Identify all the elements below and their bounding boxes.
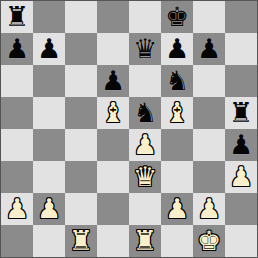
black-pawn-h4[interactable]: ♟ [229,129,253,161]
black-knight-e5[interactable]: ♞ [133,97,157,129]
black-pawn-f7[interactable]: ♟ [165,33,189,65]
square-b5[interactable] [33,97,65,129]
square-g1[interactable]: ♚ [193,225,225,257]
black-knight-f6[interactable]: ♞ [165,65,189,97]
square-b7[interactable]: ♟ [33,33,65,65]
square-f1[interactable] [161,225,193,257]
square-h4[interactable]: ♟ [225,129,257,161]
square-a4[interactable] [1,129,33,161]
black-pawn-a7[interactable]: ♟ [5,33,29,65]
square-a5[interactable] [1,97,33,129]
square-e4[interactable]: ♟ [129,129,161,161]
square-e6[interactable] [129,65,161,97]
square-e3[interactable]: ♛ [129,161,161,193]
square-d1[interactable] [97,225,129,257]
square-d6[interactable]: ♟ [97,65,129,97]
square-h5[interactable]: ♜ [225,97,257,129]
white-pawn-g2[interactable]: ♟ [197,193,221,225]
black-pawn-g7[interactable]: ♟ [197,33,221,65]
square-h7[interactable] [225,33,257,65]
square-c2[interactable] [65,193,97,225]
square-d4[interactable] [97,129,129,161]
square-g8[interactable] [193,1,225,33]
black-pawn-b7[interactable]: ♟ [37,33,61,65]
white-bishop-f5[interactable]: ♝ [165,97,189,129]
white-pawn-h3[interactable]: ♟ [229,161,253,193]
black-rook-h5[interactable]: ♜ [229,97,253,129]
square-f7[interactable]: ♟ [161,33,193,65]
square-f3[interactable] [161,161,193,193]
square-b2[interactable]: ♟ [33,193,65,225]
white-pawn-f2[interactable]: ♟ [165,193,189,225]
square-c4[interactable] [65,129,97,161]
square-b8[interactable] [33,1,65,33]
square-g5[interactable] [193,97,225,129]
square-h6[interactable] [225,65,257,97]
chess-board: ♜♚♟♟♛♟♟♟♞♝♞♝♜♟♟♛♟♟♟♟♟♜♜♚ [1,1,257,257]
square-e8[interactable] [129,1,161,33]
square-f5[interactable]: ♝ [161,97,193,129]
chess-board-frame: ♜♚♟♟♛♟♟♟♞♝♞♝♜♟♟♛♟♟♟♟♟♜♜♚ [0,0,258,258]
white-pawn-e4[interactable]: ♟ [133,129,157,161]
square-c8[interactable] [65,1,97,33]
white-bishop-d5[interactable]: ♝ [101,97,125,129]
white-queen-e3[interactable]: ♛ [133,161,157,193]
square-g4[interactable] [193,129,225,161]
square-c5[interactable] [65,97,97,129]
square-d3[interactable] [97,161,129,193]
white-rook-c1[interactable]: ♜ [69,225,93,257]
square-g7[interactable]: ♟ [193,33,225,65]
square-d8[interactable] [97,1,129,33]
square-d7[interactable] [97,33,129,65]
square-c7[interactable] [65,33,97,65]
square-f4[interactable] [161,129,193,161]
black-queen-e7[interactable]: ♛ [133,33,157,65]
square-g3[interactable] [193,161,225,193]
square-b4[interactable] [33,129,65,161]
square-a6[interactable] [1,65,33,97]
white-pawn-a2[interactable]: ♟ [5,193,29,225]
square-e5[interactable]: ♞ [129,97,161,129]
square-d5[interactable]: ♝ [97,97,129,129]
square-f2[interactable]: ♟ [161,193,193,225]
square-e7[interactable]: ♛ [129,33,161,65]
black-pawn-d6[interactable]: ♟ [101,65,125,97]
square-e2[interactable] [129,193,161,225]
square-d2[interactable] [97,193,129,225]
white-pawn-b2[interactable]: ♟ [37,193,61,225]
square-f8[interactable]: ♚ [161,1,193,33]
square-h8[interactable] [225,1,257,33]
square-b6[interactable] [33,65,65,97]
square-h2[interactable] [225,193,257,225]
square-a8[interactable]: ♜ [1,1,33,33]
square-f6[interactable]: ♞ [161,65,193,97]
square-h3[interactable]: ♟ [225,161,257,193]
white-rook-e1[interactable]: ♜ [133,225,157,257]
black-king-f8[interactable]: ♚ [165,1,189,33]
square-a3[interactable] [1,161,33,193]
square-g2[interactable]: ♟ [193,193,225,225]
square-g6[interactable] [193,65,225,97]
square-h1[interactable] [225,225,257,257]
square-a1[interactable] [1,225,33,257]
square-c6[interactable] [65,65,97,97]
square-c3[interactable] [65,161,97,193]
square-b1[interactable] [33,225,65,257]
square-e1[interactable]: ♜ [129,225,161,257]
square-a7[interactable]: ♟ [1,33,33,65]
square-a2[interactable]: ♟ [1,193,33,225]
white-king-g1[interactable]: ♚ [197,225,221,257]
square-b3[interactable] [33,161,65,193]
square-c1[interactable]: ♜ [65,225,97,257]
black-rook-a8[interactable]: ♜ [5,1,29,33]
